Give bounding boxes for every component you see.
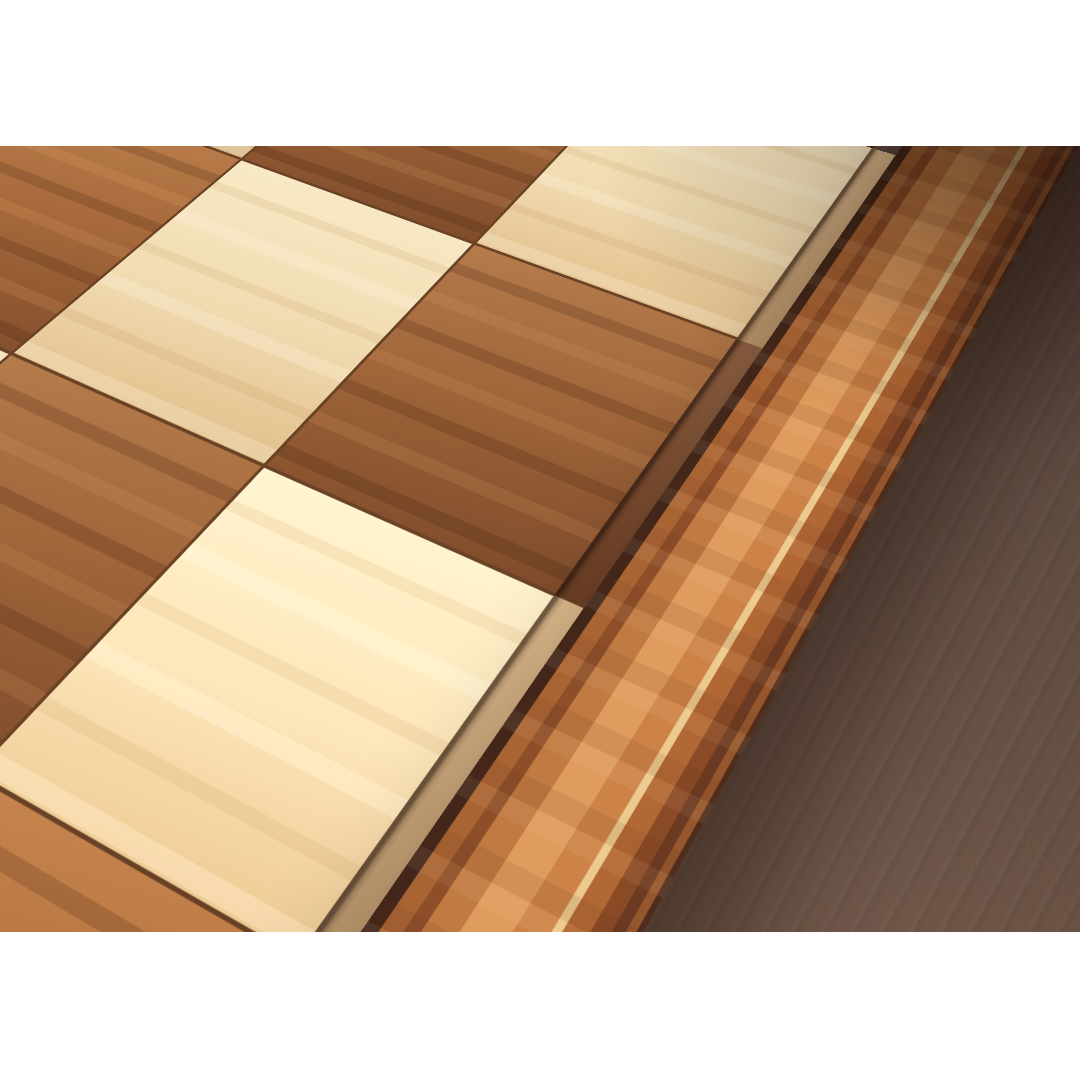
board-photo-region bbox=[0, 146, 1080, 932]
white-matte bbox=[0, 0, 1080, 1080]
perspective-scene bbox=[0, 146, 1080, 932]
